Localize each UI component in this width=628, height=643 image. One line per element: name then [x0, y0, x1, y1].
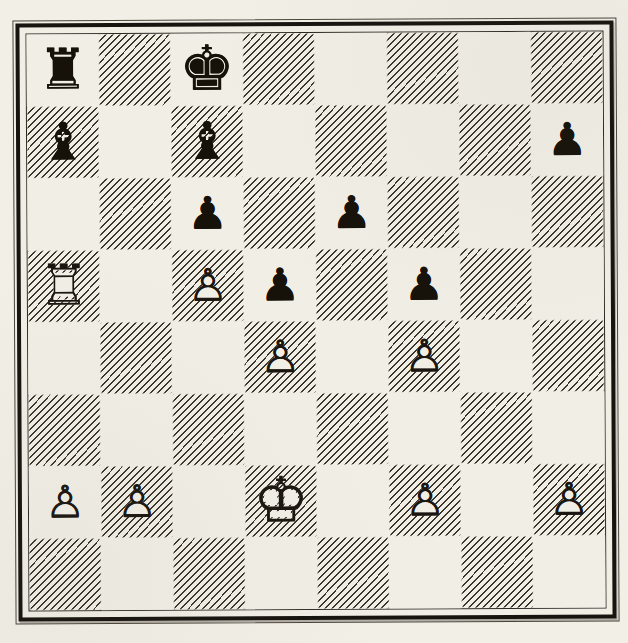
square-a3 — [28, 394, 100, 466]
piece-glyph: ♙ — [405, 477, 446, 522]
square-a2: ♟♙ — [29, 466, 101, 538]
square-h1 — [533, 535, 605, 607]
square-g8 — [458, 32, 530, 104]
square-h7: ♟ — [531, 103, 603, 175]
square-d1 — [245, 537, 317, 609]
square-d2: ♚♔ — [245, 465, 317, 537]
square-b5 — [100, 250, 172, 322]
piece-white-pawn-b2: ♟♙ — [117, 478, 158, 523]
square-d5: ♟ — [244, 249, 316, 321]
square-g2 — [461, 464, 533, 536]
piece-white-pawn-h2: ♟♙ — [549, 476, 590, 521]
square-f6 — [387, 176, 459, 248]
square-b3 — [100, 394, 172, 466]
piece-glyph: ♙ — [117, 478, 158, 523]
piece-white-pawn-a2: ♟♙ — [45, 479, 86, 524]
square-g3 — [460, 392, 532, 464]
square-g5 — [460, 248, 532, 320]
piece-glyph: ♟ — [260, 262, 301, 307]
piece-white-pawn-d4: ♟♙ — [260, 334, 301, 379]
square-c5: ♟♙ — [172, 249, 244, 321]
piece-glyph: ♝ — [40, 115, 87, 167]
piece-black-pawn-c6: ♟ — [187, 190, 228, 235]
square-c1 — [173, 537, 245, 609]
square-b6 — [99, 178, 171, 250]
square-b8 — [98, 34, 170, 106]
square-e6: ♟ — [315, 177, 387, 249]
square-c6: ♟ — [171, 177, 243, 249]
piece-black-pawn-e6: ♟ — [331, 189, 372, 234]
piece-glyph: ♖ — [39, 257, 89, 313]
square-e8 — [314, 33, 386, 105]
square-d3 — [244, 393, 316, 465]
piece-glyph: ♙ — [260, 334, 301, 379]
square-b2: ♟♙ — [101, 466, 173, 538]
piece-glyph: ♜ — [37, 41, 87, 97]
square-c7: ♝ — [171, 105, 243, 177]
square-f4: ♟♙ — [388, 320, 460, 392]
square-g6 — [459, 176, 531, 248]
square-h8 — [530, 31, 602, 103]
chess-diagram-frame: ♜♚♝♝♟♟♟♜♖♟♙♟♟♟♙♟♙♟♙♟♙♚♔♟♙♟♙ — [15, 20, 616, 621]
square-f8 — [386, 32, 458, 104]
piece-glyph: ♙ — [549, 476, 590, 521]
square-e2 — [317, 465, 389, 537]
square-h5 — [532, 247, 604, 319]
square-e5 — [316, 249, 388, 321]
square-e4 — [316, 321, 388, 393]
square-a4 — [28, 322, 100, 394]
square-f7 — [387, 104, 459, 176]
piece-black-pawn-d5: ♟ — [260, 262, 301, 307]
square-d7 — [243, 105, 315, 177]
page: { "game": "chess", "diagram_style": "vin… — [0, 0, 628, 643]
square-g4 — [460, 320, 532, 392]
piece-glyph: ♙ — [188, 262, 229, 307]
square-a7: ♝ — [27, 106, 99, 178]
square-f1 — [389, 536, 461, 608]
square-h3 — [532, 391, 604, 463]
square-a6 — [27, 178, 99, 250]
piece-white-pawn-c5: ♟♙ — [188, 262, 229, 307]
piece-black-pawn-h7: ♟ — [547, 116, 588, 161]
chess-board: ♜♚♝♝♟♟♟♜♖♟♙♟♟♟♙♟♙♟♙♟♙♚♔♟♙♟♙ — [25, 30, 606, 611]
square-h6 — [531, 175, 603, 247]
square-c2 — [173, 465, 245, 537]
square-a1 — [29, 538, 101, 610]
square-g7 — [459, 104, 531, 176]
square-f3 — [388, 392, 460, 464]
square-c8: ♚ — [170, 33, 242, 105]
square-g1 — [461, 536, 533, 608]
piece-glyph: ♚ — [179, 37, 235, 99]
square-f2: ♟♙ — [389, 464, 461, 536]
piece-white-pawn-f2: ♟♙ — [405, 477, 446, 522]
square-e3 — [316, 393, 388, 465]
piece-glyph: ♙ — [45, 479, 86, 524]
square-e1 — [317, 537, 389, 609]
square-a8: ♜ — [26, 34, 98, 106]
square-b4 — [100, 322, 172, 394]
square-h2: ♟♙ — [533, 463, 605, 535]
square-c3 — [172, 393, 244, 465]
square-d4: ♟♙ — [244, 321, 316, 393]
square-e7 — [315, 105, 387, 177]
piece-glyph: ♟ — [404, 261, 445, 306]
piece-glyph: ♟ — [331, 189, 372, 234]
square-c4 — [172, 321, 244, 393]
piece-white-pawn-f4: ♟♙ — [404, 333, 445, 378]
piece-glyph: ♙ — [404, 333, 445, 378]
square-b1 — [101, 538, 173, 610]
square-a5: ♜♖ — [28, 250, 100, 322]
piece-white-rook-a5: ♜♖ — [39, 257, 89, 313]
square-d6 — [243, 177, 315, 249]
piece-black-king-c8: ♚ — [179, 37, 235, 99]
square-b7 — [99, 106, 171, 178]
piece-white-king-d2: ♚♔ — [253, 469, 309, 531]
piece-black-bishop-c7: ♝ — [184, 114, 231, 166]
square-f5: ♟ — [388, 248, 460, 320]
square-h4 — [532, 319, 604, 391]
piece-glyph: ♔ — [253, 469, 309, 531]
piece-black-rook-a8: ♜ — [37, 41, 87, 97]
piece-glyph: ♝ — [184, 114, 231, 166]
piece-black-pawn-f5: ♟ — [404, 261, 445, 306]
piece-black-bishop-a7: ♝ — [40, 115, 87, 167]
piece-glyph: ♟ — [547, 116, 588, 161]
square-d8 — [242, 33, 314, 105]
piece-glyph: ♟ — [187, 190, 228, 235]
